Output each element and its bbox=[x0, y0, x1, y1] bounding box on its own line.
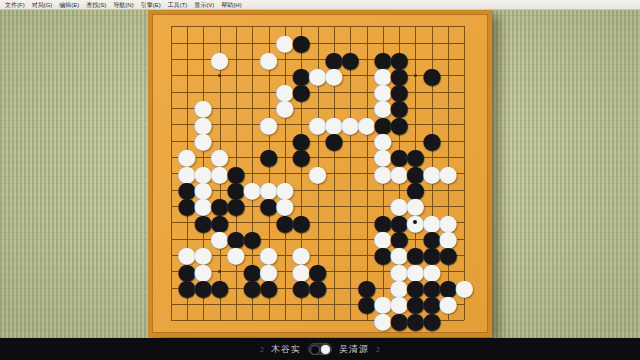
star-point bbox=[414, 74, 417, 77]
star-point bbox=[414, 270, 417, 273]
grid-line-vertical bbox=[432, 26, 433, 320]
grid-line-horizontal bbox=[171, 320, 465, 321]
grid-line-vertical bbox=[464, 26, 465, 320]
tatami-background: ●●●●●●●●●●●●●●●●●●●●●●●●●●●●●●●●●●●●●●●●… bbox=[0, 10, 640, 338]
star-point bbox=[316, 270, 319, 273]
menu-item-3[interactable]: 查找(S) bbox=[84, 0, 108, 10]
white-stone-icon bbox=[321, 345, 330, 354]
star-point bbox=[316, 172, 319, 175]
star-point bbox=[414, 172, 417, 175]
black-stone-icon bbox=[310, 345, 320, 355]
menu-bar: 文件(F)对局(G)编辑(E)查找(S)导航(N)引擎(E)工具(T)显示(V)… bbox=[0, 0, 640, 10]
caption-bar: 2 木谷实 吴清源 2 bbox=[0, 338, 640, 360]
menu-item-2[interactable]: 编辑(E) bbox=[57, 0, 81, 10]
menu-item-1[interactable]: 对局(G) bbox=[30, 0, 55, 10]
grid-line-horizontal bbox=[171, 304, 465, 305]
grid-line-horizontal bbox=[171, 206, 465, 207]
grid-line-horizontal bbox=[171, 255, 465, 256]
star-point bbox=[218, 74, 221, 77]
grid-line-vertical bbox=[448, 26, 449, 320]
white-player-name: 吴清源 bbox=[339, 343, 369, 356]
menu-item-7[interactable]: 显示(V) bbox=[192, 0, 216, 10]
grid-line-horizontal bbox=[171, 190, 465, 191]
go-board[interactable]: ●●●●●●●●●●●●●●●●●●●●●●●●●●●●●●●●●●●●●●●●… bbox=[148, 10, 492, 337]
star-point bbox=[316, 74, 319, 77]
right-badge: 2 bbox=[376, 346, 380, 353]
star-point bbox=[218, 270, 221, 273]
grid-line-vertical bbox=[367, 26, 368, 320]
stone-color-toggle[interactable] bbox=[308, 343, 332, 355]
menu-item-8[interactable]: 帮助(H) bbox=[219, 0, 243, 10]
grid-line-horizontal bbox=[171, 222, 465, 223]
menu-item-4[interactable]: 导航(N) bbox=[111, 0, 135, 10]
menu-item-0[interactable]: 文件(F) bbox=[3, 0, 27, 10]
star-point bbox=[218, 172, 221, 175]
menu-item-5[interactable]: 引擎(E) bbox=[139, 0, 163, 10]
grid-line-horizontal bbox=[171, 288, 465, 289]
menu-item-6[interactable]: 工具(T) bbox=[166, 0, 190, 10]
grid-line-vertical bbox=[334, 26, 335, 320]
grid-line-horizontal bbox=[171, 239, 465, 240]
grid-line-vertical bbox=[399, 26, 400, 320]
left-badge: 2 bbox=[260, 346, 264, 353]
grid-line-vertical bbox=[350, 26, 351, 320]
grid-line-vertical bbox=[383, 26, 384, 320]
black-player-name: 木谷实 bbox=[271, 343, 301, 356]
